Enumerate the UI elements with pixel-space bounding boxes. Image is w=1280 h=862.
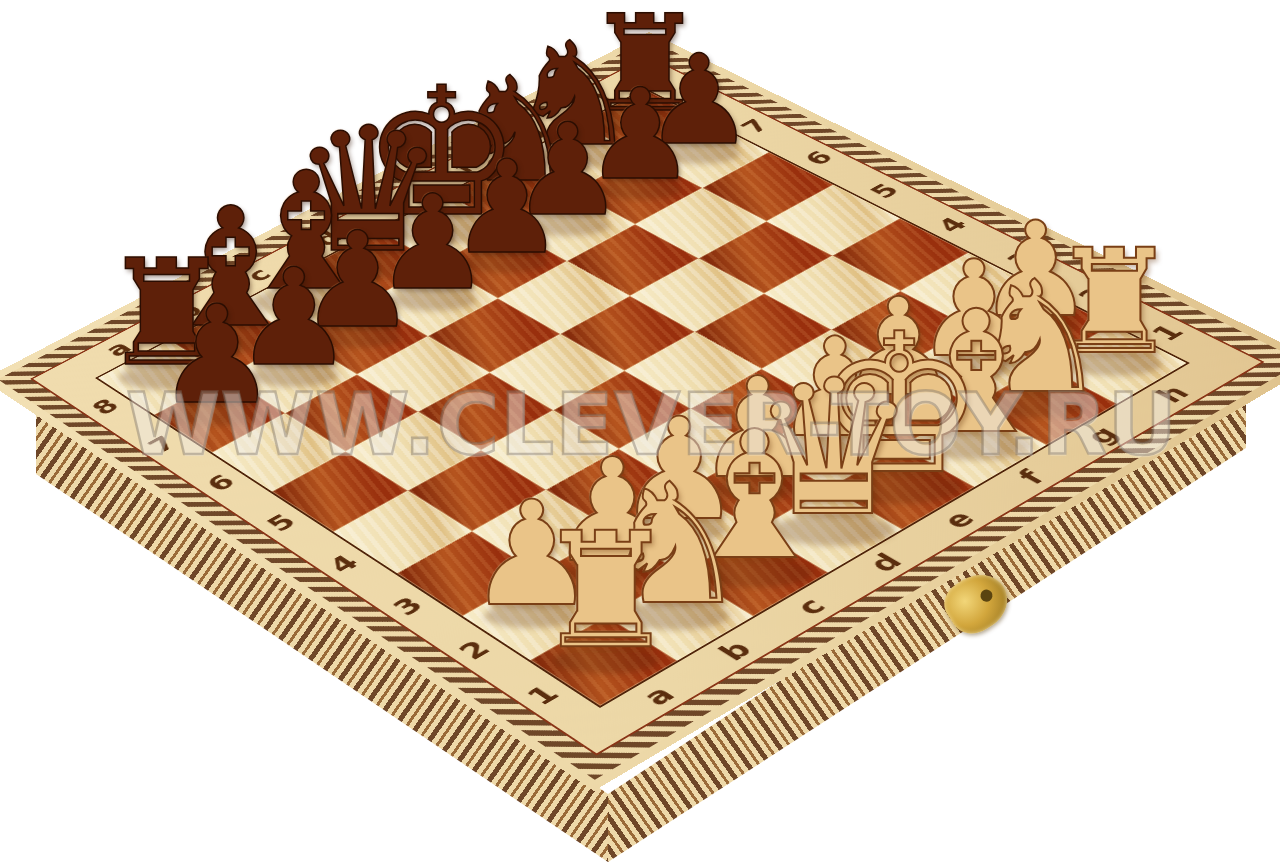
watermark-text: WWW.CLEVER-TOY.RU bbox=[126, 375, 1178, 474]
product-photo-scene: 88aa77bb66cc55dd44ee33ff22gg11hh ♜♝♝♛♚♞♞… bbox=[0, 0, 1280, 862]
page: { "game": "chess", "scene": { "descripti… bbox=[0, 0, 1280, 862]
clasp-keyhole-icon bbox=[978, 587, 995, 604]
